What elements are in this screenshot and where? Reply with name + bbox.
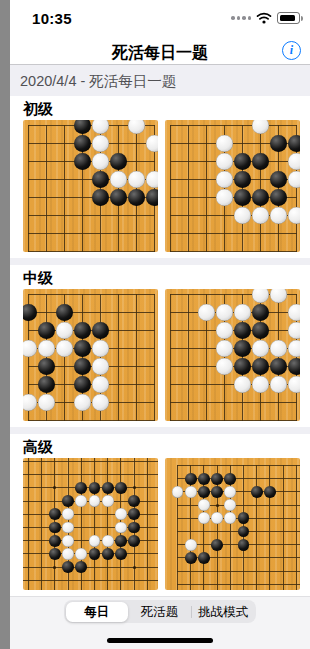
white-stone	[216, 340, 233, 357]
boards-row	[10, 287, 310, 421]
black-stone	[38, 358, 55, 375]
info-button[interactable]: i	[282, 41, 301, 60]
black-stone	[49, 522, 61, 534]
white-stone	[216, 153, 233, 170]
white-stone	[252, 340, 269, 357]
section-label-advanced: 高级	[10, 434, 310, 456]
white-stone	[38, 394, 55, 411]
black-stone	[234, 358, 251, 375]
black-stone	[185, 473, 197, 485]
black-stone	[128, 535, 140, 547]
white-stone	[288, 207, 300, 224]
white-stone	[270, 340, 287, 357]
white-stone	[252, 207, 269, 224]
white-stone	[216, 358, 233, 375]
black-stone	[270, 358, 287, 375]
go-board-thumbnail-beginner-1[interactable]	[23, 120, 158, 252]
white-stone	[92, 340, 109, 357]
white-stone	[102, 495, 114, 507]
black-stone	[89, 482, 101, 494]
white-stone	[56, 340, 73, 357]
white-stone	[224, 499, 236, 511]
black-stone	[128, 495, 140, 507]
black-stone	[198, 486, 210, 498]
white-stone	[92, 376, 109, 393]
white-stone	[74, 394, 91, 411]
black-stone	[74, 358, 91, 375]
black-stone	[74, 135, 91, 152]
go-board-thumbnail-intermediate-1[interactable]	[23, 289, 158, 421]
black-stone	[38, 322, 55, 339]
black-stone	[252, 304, 269, 321]
white-stone	[128, 120, 145, 134]
black-stone	[211, 539, 223, 551]
white-stone	[216, 189, 233, 206]
white-stone	[62, 522, 74, 534]
white-stone	[62, 535, 74, 547]
black-stone	[74, 376, 91, 393]
black-stone	[75, 561, 87, 573]
white-stone	[216, 171, 233, 188]
wifi-icon	[256, 12, 272, 24]
white-stone	[198, 499, 210, 511]
black-stone	[56, 304, 73, 321]
white-stone	[128, 171, 145, 188]
date-header: 2020/4/4 - 死活每日一题	[10, 66, 310, 96]
section-intermediate: 中级	[10, 265, 310, 427]
black-stone	[128, 189, 145, 206]
white-stone	[75, 548, 87, 560]
black-stone	[270, 171, 287, 188]
white-stone	[234, 207, 251, 224]
black-stone	[49, 535, 61, 547]
white-stone	[62, 508, 74, 520]
white-stone	[234, 304, 251, 321]
black-stone	[238, 526, 250, 538]
black-stone	[211, 486, 223, 498]
white-stone	[216, 322, 233, 339]
black-stone	[252, 189, 269, 206]
white-stone	[288, 376, 300, 393]
black-stone	[89, 548, 101, 560]
black-stone	[74, 120, 91, 134]
black-stone	[224, 473, 236, 485]
black-stone	[49, 508, 61, 520]
white-stone	[270, 376, 287, 393]
black-stone	[49, 548, 61, 560]
black-stone	[75, 482, 87, 494]
white-stone	[185, 539, 197, 551]
section-beginner: 初级	[10, 96, 310, 258]
white-stone	[92, 358, 109, 375]
black-stone	[211, 473, 223, 485]
white-stone	[288, 153, 300, 170]
white-stone	[288, 171, 300, 188]
mode-segmented-control: 每日 死活题 挑战模式	[64, 600, 256, 623]
star-point	[216, 504, 219, 507]
black-stone	[92, 322, 109, 339]
status-bar: 10:35	[10, 0, 310, 40]
black-stone	[270, 189, 287, 206]
white-stone	[75, 495, 87, 507]
white-stone	[270, 289, 287, 303]
black-stone	[288, 135, 300, 152]
home-indicator[interactable]	[107, 638, 213, 643]
white-stone	[23, 340, 37, 357]
battery-icon	[277, 12, 300, 24]
tab-daily[interactable]: 每日	[66, 602, 129, 622]
black-stone	[74, 153, 91, 170]
white-stone	[288, 322, 300, 339]
white-stone	[198, 512, 210, 524]
black-stone	[92, 171, 109, 188]
white-stone	[224, 486, 236, 498]
white-stone	[89, 495, 101, 507]
white-stone	[172, 486, 184, 498]
black-stone	[234, 322, 251, 339]
white-stone	[146, 171, 158, 188]
black-stone	[110, 189, 127, 206]
black-stone	[251, 486, 263, 498]
black-stone	[264, 486, 276, 498]
white-stone	[288, 340, 300, 357]
black-stone	[198, 473, 210, 485]
white-stone	[102, 535, 114, 547]
black-stone	[128, 522, 140, 534]
tab-problems[interactable]: 死活题	[128, 602, 191, 622]
white-stone	[92, 153, 109, 170]
star-point	[133, 566, 136, 569]
black-stone	[185, 552, 197, 564]
black-stone	[115, 535, 127, 547]
go-board-thumbnail-intermediate-2[interactable]	[165, 289, 300, 421]
section-label-beginner: 初级	[10, 96, 310, 118]
black-stone	[238, 539, 250, 551]
white-stone	[92, 394, 109, 411]
white-stone	[110, 171, 127, 188]
white-stone	[198, 304, 215, 321]
black-stone	[62, 495, 74, 507]
white-stone	[115, 522, 127, 534]
cellular-signal-icon	[231, 16, 251, 20]
section-advanced: 高级	[10, 434, 310, 596]
tab-challenge[interactable]: 挑战模式	[192, 602, 255, 622]
black-stone	[115, 482, 127, 494]
white-stone	[23, 394, 37, 411]
app-screen: 10:35 死活每日一题 i 2020/4/4 - 死活每日一题 初级 中级	[10, 0, 310, 649]
black-stone	[234, 340, 251, 357]
black-stone	[74, 322, 91, 339]
white-stone	[270, 207, 287, 224]
navigation-bar: 10:35 死活每日一题 i	[10, 0, 310, 65]
black-stone	[234, 171, 251, 188]
white-stone	[92, 120, 109, 134]
white-stone	[252, 289, 269, 303]
star-point	[53, 486, 56, 489]
black-stone	[234, 153, 251, 170]
black-stone	[62, 561, 74, 573]
status-time: 10:35	[32, 10, 72, 27]
status-icons	[231, 11, 300, 25]
page-title: 死活每日一题	[10, 40, 310, 65]
white-stone	[185, 486, 197, 498]
white-stone	[56, 322, 73, 339]
black-stone	[270, 135, 287, 152]
black-stone	[252, 153, 269, 170]
white-stone	[146, 135, 158, 152]
white-stone	[211, 512, 223, 524]
black-stone	[38, 376, 55, 393]
white-stone	[288, 304, 300, 321]
white-stone	[89, 535, 101, 547]
black-stone	[252, 322, 269, 339]
go-board-thumbnail-advanced-2[interactable]	[165, 458, 300, 590]
white-stone	[216, 135, 233, 152]
white-stone	[38, 340, 55, 357]
black-stone	[102, 548, 114, 560]
white-stone	[115, 508, 127, 520]
black-stone	[198, 552, 210, 564]
black-stone	[23, 304, 37, 321]
black-stone	[115, 548, 127, 560]
black-stone	[146, 189, 158, 206]
bottom-toolbar: 每日 死活题 挑战模式	[10, 596, 310, 649]
go-board-thumbnail-advanced-1[interactable]	[23, 458, 158, 590]
black-stone	[128, 508, 140, 520]
white-stone	[224, 512, 236, 524]
black-stone	[74, 340, 91, 357]
white-stone	[62, 548, 74, 560]
black-stone	[234, 189, 251, 206]
black-stone	[238, 512, 250, 524]
section-label-intermediate: 中级	[10, 265, 310, 287]
go-board-thumbnail-beginner-2[interactable]	[165, 120, 300, 252]
boards-row	[10, 456, 310, 590]
black-stone	[252, 358, 269, 375]
white-stone	[216, 304, 233, 321]
black-stone	[288, 358, 300, 375]
boards-row	[10, 118, 310, 252]
white-stone	[252, 120, 269, 134]
white-stone	[252, 376, 269, 393]
black-stone	[110, 153, 127, 170]
white-stone	[92, 135, 109, 152]
white-stone	[234, 376, 251, 393]
black-stone	[102, 482, 114, 494]
black-stone	[92, 189, 109, 206]
